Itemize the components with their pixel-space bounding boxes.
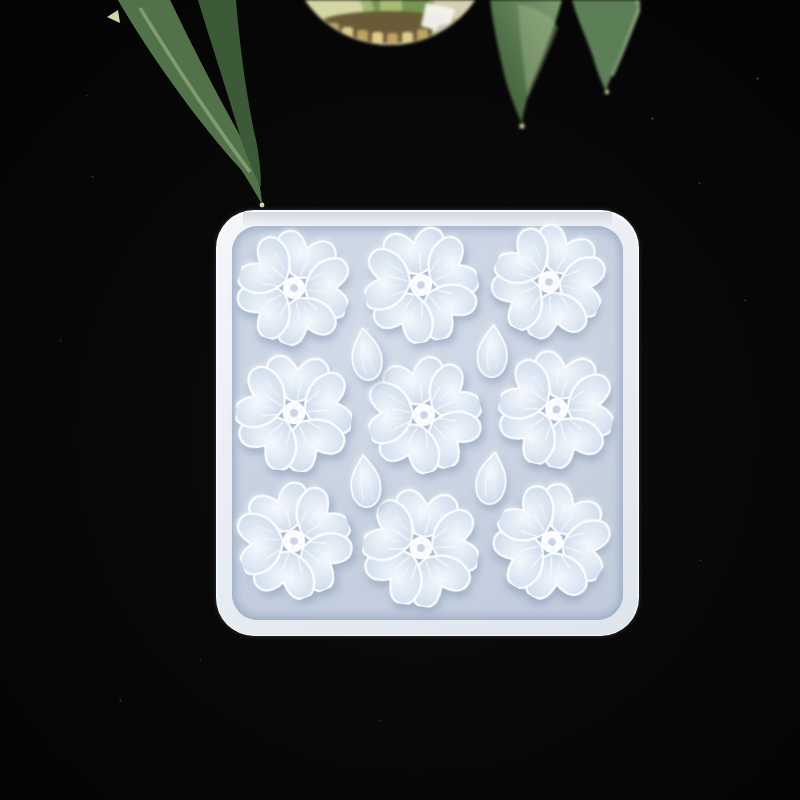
bamboo-leaves-right [460, 0, 640, 180]
leaf-tip-main [519, 123, 524, 128]
bamboo-leaves-left [0, 0, 340, 215]
leaf-blade-right [572, 0, 640, 93]
petal-cavity [468, 320, 516, 384]
leaf-tip-left [260, 203, 265, 208]
silicone-mold [216, 210, 639, 636]
petal-cavity [340, 449, 390, 515]
petal-cavity [339, 321, 392, 389]
mold-cavities [217, 211, 638, 635]
leaf-spur [107, 10, 120, 23]
product-photo [0, 0, 800, 800]
flower-cavity [231, 350, 357, 476]
leaf-tip-right [605, 90, 609, 94]
petal-cavity [464, 445, 517, 513]
